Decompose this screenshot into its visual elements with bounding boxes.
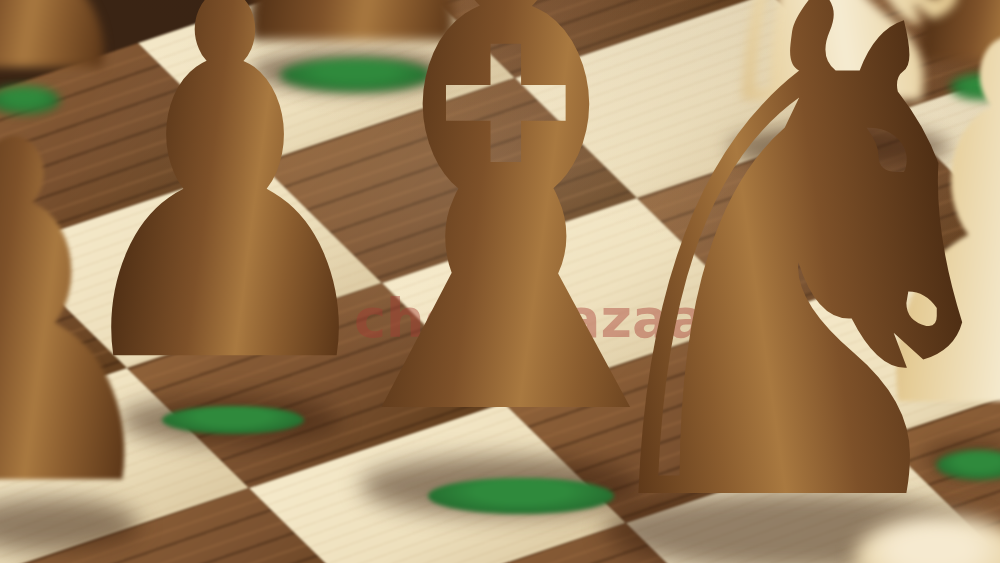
- chess-knight-glyph: ♞: [546, 0, 1000, 563]
- chess-set-photo: chessbazaar ♟ ♟ ♟ ♞ ♟ ♟ ♝ ♞ ♟: [0, 0, 1000, 563]
- dark-knight-foreground: ♞: [455, 13, 1000, 563]
- chess-pawn-glyph: ♟: [0, 82, 179, 552]
- dark-pawn-bottom-left: ♟: [0, 152, 250, 552]
